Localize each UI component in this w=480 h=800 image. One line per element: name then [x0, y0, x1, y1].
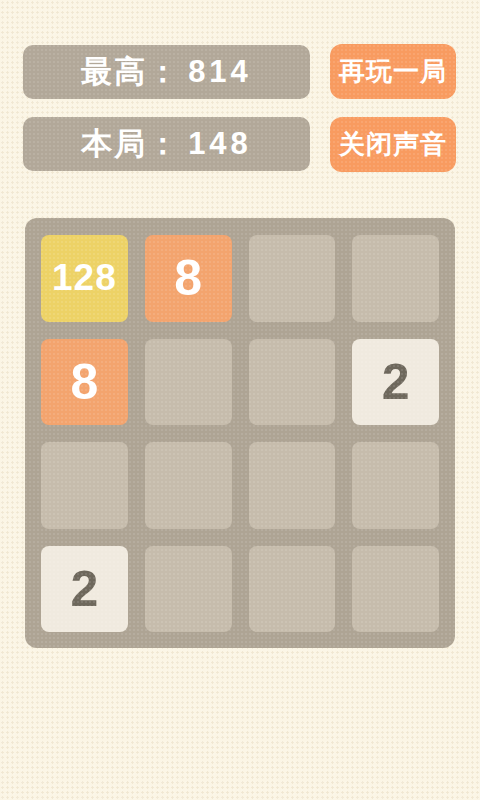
empty-cell — [249, 546, 336, 633]
best-score-value: 814 — [188, 54, 252, 90]
toggle-sound-button[interactable]: 关闭声音 — [330, 117, 456, 172]
current-score-panel: 本局： 148 — [23, 117, 310, 171]
restart-button[interactable]: 再玩一局 — [330, 44, 456, 99]
tile-128: 128 — [41, 235, 128, 322]
tile-2: 2 — [41, 546, 128, 633]
best-score-panel: 最高： 814 — [23, 45, 310, 99]
game-board[interactable]: 1288822 — [25, 218, 455, 648]
empty-cell — [352, 546, 439, 633]
tile-8: 8 — [41, 339, 128, 426]
empty-cell — [249, 235, 336, 322]
empty-cell — [249, 442, 336, 529]
empty-cell — [145, 546, 232, 633]
current-score-value: 148 — [188, 126, 252, 162]
current-score-label: 本局： — [81, 123, 180, 165]
game-screen: 最高： 814 再玩一局 本局： 148 关闭声音 1288822 — [0, 0, 480, 800]
empty-cell — [352, 442, 439, 529]
empty-cell — [249, 339, 336, 426]
empty-cell — [41, 442, 128, 529]
best-score-label: 最高： — [81, 51, 180, 93]
tile-2: 2 — [352, 339, 439, 426]
tile-8: 8 — [145, 235, 232, 322]
empty-cell — [352, 235, 439, 322]
empty-cell — [145, 442, 232, 529]
empty-cell — [145, 339, 232, 426]
